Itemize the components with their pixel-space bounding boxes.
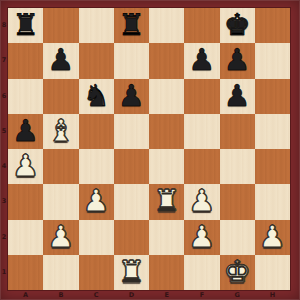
- file-label-a: A: [8, 290, 43, 300]
- piece-black-pawn[interactable]: ♟: [12, 113, 39, 148]
- square-d1[interactable]: ♜: [114, 255, 149, 290]
- piece-black-pawn[interactable]: ♟: [47, 42, 74, 77]
- square-h3[interactable]: [255, 184, 290, 219]
- file-label-f: F: [184, 290, 219, 300]
- rank-label-8: 8: [0, 8, 8, 43]
- square-g5[interactable]: [220, 114, 255, 149]
- square-a2[interactable]: [8, 220, 43, 255]
- square-c4[interactable]: [79, 149, 114, 184]
- square-f1[interactable]: [184, 255, 219, 290]
- square-c2[interactable]: [79, 220, 114, 255]
- square-e3[interactable]: ♜: [149, 184, 184, 219]
- square-b1[interactable]: [43, 255, 78, 290]
- square-d7[interactable]: [114, 43, 149, 78]
- square-g4[interactable]: [220, 149, 255, 184]
- file-label-c: C: [79, 290, 114, 300]
- square-g2[interactable]: [220, 220, 255, 255]
- square-e1[interactable]: [149, 255, 184, 290]
- square-g8[interactable]: ♚: [220, 8, 255, 43]
- file-label-b: B: [43, 290, 78, 300]
- square-b6[interactable]: [43, 79, 78, 114]
- piece-white-pawn[interactable]: ♟: [188, 183, 215, 218]
- chess-board: ♜♜♚♟♟♟♞♟♟♟♝♟♟♜♟♟♟♟♜♚: [8, 8, 290, 290]
- square-h7[interactable]: [255, 43, 290, 78]
- square-e6[interactable]: [149, 79, 184, 114]
- square-h8[interactable]: [255, 8, 290, 43]
- rank-label-3: 3: [0, 184, 8, 219]
- square-a5[interactable]: ♟: [8, 114, 43, 149]
- piece-white-pawn[interactable]: ♟: [12, 148, 39, 183]
- piece-black-rook[interactable]: ♜: [118, 7, 145, 42]
- square-h5[interactable]: [255, 114, 290, 149]
- piece-black-king[interactable]: ♚: [224, 7, 251, 42]
- rank-label-1: 1: [0, 255, 8, 290]
- square-e5[interactable]: [149, 114, 184, 149]
- square-b2[interactable]: ♟: [43, 220, 78, 255]
- file-label-g: G: [220, 290, 255, 300]
- piece-white-bishop[interactable]: ♝: [47, 113, 74, 148]
- square-f3[interactable]: ♟: [184, 184, 219, 219]
- square-h6[interactable]: [255, 79, 290, 114]
- square-b8[interactable]: [43, 8, 78, 43]
- square-a4[interactable]: ♟: [8, 149, 43, 184]
- square-h1[interactable]: [255, 255, 290, 290]
- piece-black-pawn[interactable]: ♟: [224, 78, 251, 113]
- square-c1[interactable]: [79, 255, 114, 290]
- square-b4[interactable]: [43, 149, 78, 184]
- board-frame: ♜♜♚♟♟♟♞♟♟♟♝♟♟♜♟♟♟♟♜♚ 87654321 ABCDEFGH: [0, 0, 300, 300]
- piece-white-rook[interactable]: ♜: [118, 254, 145, 289]
- square-e4[interactable]: [149, 149, 184, 184]
- square-g3[interactable]: [220, 184, 255, 219]
- file-label-d: D: [114, 290, 149, 300]
- square-c8[interactable]: [79, 8, 114, 43]
- square-f6[interactable]: [184, 79, 219, 114]
- square-f8[interactable]: [184, 8, 219, 43]
- square-g6[interactable]: ♟: [220, 79, 255, 114]
- file-label-e: E: [149, 290, 184, 300]
- piece-black-pawn[interactable]: ♟: [118, 78, 145, 113]
- square-f7[interactable]: ♟: [184, 43, 219, 78]
- square-d2[interactable]: [114, 220, 149, 255]
- square-a6[interactable]: [8, 79, 43, 114]
- piece-white-pawn[interactable]: ♟: [83, 183, 110, 218]
- square-g1[interactable]: ♚: [220, 255, 255, 290]
- square-a1[interactable]: [8, 255, 43, 290]
- piece-black-knight[interactable]: ♞: [83, 78, 110, 113]
- piece-white-king[interactable]: ♚: [224, 254, 251, 289]
- square-f2[interactable]: ♟: [184, 220, 219, 255]
- file-label-h: H: [255, 290, 290, 300]
- square-h4[interactable]: [255, 149, 290, 184]
- square-e2[interactable]: [149, 220, 184, 255]
- rank-label-4: 4: [0, 149, 8, 184]
- piece-black-pawn[interactable]: ♟: [224, 42, 251, 77]
- square-c7[interactable]: [79, 43, 114, 78]
- rank-label-7: 7: [0, 43, 8, 78]
- square-e7[interactable]: [149, 43, 184, 78]
- square-b5[interactable]: ♝: [43, 114, 78, 149]
- piece-white-pawn[interactable]: ♟: [47, 219, 74, 254]
- square-d3[interactable]: [114, 184, 149, 219]
- square-f5[interactable]: [184, 114, 219, 149]
- piece-black-rook[interactable]: ♜: [12, 7, 39, 42]
- piece-black-pawn[interactable]: ♟: [188, 42, 215, 77]
- square-h2[interactable]: ♟: [255, 220, 290, 255]
- rank-label-2: 2: [0, 220, 8, 255]
- piece-white-pawn[interactable]: ♟: [188, 219, 215, 254]
- square-e8[interactable]: [149, 8, 184, 43]
- square-g7[interactable]: ♟: [220, 43, 255, 78]
- piece-white-pawn[interactable]: ♟: [259, 219, 286, 254]
- square-c3[interactable]: ♟: [79, 184, 114, 219]
- square-d4[interactable]: [114, 149, 149, 184]
- square-f4[interactable]: [184, 149, 219, 184]
- rank-label-6: 6: [0, 79, 8, 114]
- square-c5[interactable]: [79, 114, 114, 149]
- square-b3[interactable]: [43, 184, 78, 219]
- square-a7[interactable]: [8, 43, 43, 78]
- square-d5[interactable]: [114, 114, 149, 149]
- square-d8[interactable]: ♜: [114, 8, 149, 43]
- rank-label-5: 5: [0, 114, 8, 149]
- square-d6[interactable]: ♟: [114, 79, 149, 114]
- square-b7[interactable]: ♟: [43, 43, 78, 78]
- square-a3[interactable]: [8, 184, 43, 219]
- square-c6[interactable]: ♞: [79, 79, 114, 114]
- square-a8[interactable]: ♜: [8, 8, 43, 43]
- piece-white-rook[interactable]: ♜: [153, 183, 180, 218]
